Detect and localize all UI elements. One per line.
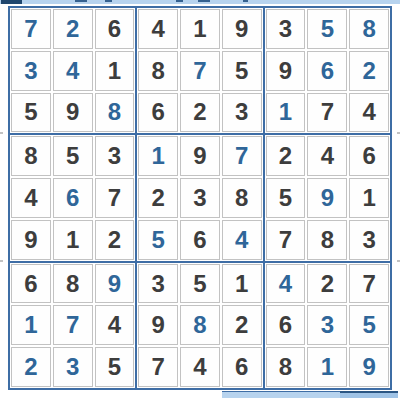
sudoku-cell-r2c6[interactable]: 5	[222, 51, 262, 91]
sudoku-cell-r8c1[interactable]: 1	[11, 305, 51, 345]
sudoku-cell-r5c8[interactable]: 9	[307, 178, 347, 218]
toolbar-fragment	[176, 0, 183, 2]
sudoku-cell-r1c2[interactable]: 2	[53, 9, 93, 49]
sudoku-cell-r1c4[interactable]: 4	[138, 9, 178, 49]
sudoku-cell-r9c2[interactable]: 3	[53, 347, 93, 387]
sudoku-cell-r2c9[interactable]: 2	[349, 51, 389, 91]
sudoku-box: 427635819	[265, 263, 390, 388]
sudoku-cell-r4c6[interactable]: 7	[222, 136, 262, 176]
sudoku-cell-r1c6[interactable]: 9	[222, 9, 262, 49]
sudoku-cell-r5c5[interactable]: 3	[180, 178, 220, 218]
sudoku-cell-r7c3[interactable]: 9	[95, 264, 135, 304]
sudoku-cell-r3c8[interactable]: 7	[307, 93, 347, 133]
sudoku-cell-r6c4[interactable]: 5	[138, 220, 178, 260]
sudoku-cell-r4c3[interactable]: 3	[95, 136, 135, 176]
sudoku-cell-r7c6[interactable]: 1	[222, 264, 262, 304]
sudoku-cell-r6c2[interactable]: 1	[53, 220, 93, 260]
sudoku-cell-r2c4[interactable]: 8	[138, 51, 178, 91]
sudoku-cell-r6c8[interactable]: 8	[307, 220, 347, 260]
sudoku-cell-r8c4[interactable]: 9	[138, 305, 178, 345]
sudoku-cell-r2c7[interactable]: 9	[266, 51, 306, 91]
sudoku-cell-r5c4[interactable]: 2	[138, 178, 178, 218]
sudoku-cell-r1c5[interactable]: 1	[180, 9, 220, 49]
sudoku-cell-r7c5[interactable]: 5	[180, 264, 220, 304]
sudoku-box: 726341598	[10, 8, 135, 133]
sudoku-cell-r9c1[interactable]: 2	[11, 347, 51, 387]
sudoku-cell-r9c7[interactable]: 8	[266, 347, 306, 387]
sudoku-cell-r3c6[interactable]: 3	[222, 93, 262, 133]
sudoku-cell-r9c8[interactable]: 1	[307, 347, 347, 387]
cropped-bottom-strip	[0, 391, 400, 398]
bottom-fragment-light	[222, 391, 340, 398]
sudoku-cell-r1c8[interactable]: 5	[307, 9, 347, 49]
sudoku-cell-r4c1[interactable]: 8	[11, 136, 51, 176]
sudoku-cell-r6c9[interactable]: 3	[349, 220, 389, 260]
sudoku-cell-r2c5[interactable]: 7	[180, 51, 220, 91]
sudoku-box: 246591783	[265, 135, 390, 260]
sudoku-cell-r5c2[interactable]: 6	[53, 178, 93, 218]
sudoku-cell-r7c2[interactable]: 8	[53, 264, 93, 304]
toolbar-fragment	[243, 0, 248, 2]
cropped-toolbar-strip	[0, 0, 400, 4]
sudoku-cell-r3c2[interactable]: 9	[53, 93, 93, 133]
sudoku-cell-r3c5[interactable]: 2	[180, 93, 220, 133]
sudoku-cell-r9c5[interactable]: 4	[180, 347, 220, 387]
sudoku-cell-r1c9[interactable]: 8	[349, 9, 389, 49]
sudoku-cell-r5c3[interactable]: 7	[95, 178, 135, 218]
sudoku-cell-r9c3[interactable]: 5	[95, 347, 135, 387]
sudoku-cell-r3c7[interactable]: 1	[266, 93, 306, 133]
sudoku-cell-r6c6[interactable]: 4	[222, 220, 262, 260]
sudoku-cell-r2c8[interactable]: 6	[307, 51, 347, 91]
sudoku-cell-r7c4[interactable]: 3	[138, 264, 178, 304]
toolbar-fragment	[198, 0, 210, 2]
sudoku-box: 351982746	[137, 263, 262, 388]
sudoku-cell-r9c6[interactable]: 6	[222, 347, 262, 387]
sudoku-cell-r2c3[interactable]: 1	[95, 51, 135, 91]
toolbar-selection-fragment	[1, 0, 22, 4]
sudoku-cell-r2c1[interactable]: 3	[11, 51, 51, 91]
sudoku-cell-r4c9[interactable]: 6	[349, 136, 389, 176]
sudoku-cell-r5c1[interactable]: 4	[11, 178, 51, 218]
sudoku-cell-r5c6[interactable]: 8	[222, 178, 262, 218]
sudoku-box: 419875623	[137, 8, 262, 133]
sudoku-cell-r2c2[interactable]: 4	[53, 51, 93, 91]
sudoku-cell-r3c9[interactable]: 4	[349, 93, 389, 133]
sudoku-cell-r9c4[interactable]: 7	[138, 347, 178, 387]
sudoku-cell-r8c7[interactable]: 6	[266, 305, 306, 345]
toolbar-fragment	[105, 0, 112, 2]
sudoku-board: 7263415984198756233589621748534679121972…	[8, 6, 392, 390]
sudoku-cell-r8c9[interactable]: 5	[349, 305, 389, 345]
sudoku-box: 197238564	[137, 135, 262, 260]
bottom-fragment-dark	[340, 391, 398, 398]
sudoku-cell-r3c3[interactable]: 8	[95, 93, 135, 133]
sudoku-cell-r9c9[interactable]: 9	[349, 347, 389, 387]
sudoku-cell-r8c8[interactable]: 3	[307, 305, 347, 345]
sudoku-cell-r4c7[interactable]: 2	[266, 136, 306, 176]
sudoku-cell-r1c1[interactable]: 7	[11, 9, 51, 49]
sudoku-box: 358962174	[265, 8, 390, 133]
sudoku-cell-r5c7[interactable]: 5	[266, 178, 306, 218]
sudoku-cell-r8c6[interactable]: 2	[222, 305, 262, 345]
sudoku-cell-r6c1[interactable]: 9	[11, 220, 51, 260]
sudoku-cell-r1c7[interactable]: 3	[266, 9, 306, 49]
gridline-tick	[0, 260, 3, 262]
sudoku-cell-r1c3[interactable]: 6	[95, 9, 135, 49]
sudoku-cell-r8c5[interactable]: 8	[180, 305, 220, 345]
sudoku-box: 689174235	[10, 263, 135, 388]
sudoku-cell-r8c3[interactable]: 4	[95, 305, 135, 345]
gridline-tick	[0, 132, 3, 134]
sudoku-cell-r7c9[interactable]: 7	[349, 264, 389, 304]
sudoku-cell-r4c4[interactable]: 1	[138, 136, 178, 176]
sudoku-cell-r6c3[interactable]: 2	[95, 220, 135, 260]
sudoku-cell-r6c5[interactable]: 6	[180, 220, 220, 260]
sudoku-cell-r5c9[interactable]: 1	[349, 178, 389, 218]
sudoku-cell-r7c8[interactable]: 2	[307, 264, 347, 304]
sudoku-cell-r3c4[interactable]: 6	[138, 93, 178, 133]
sudoku-cell-r8c2[interactable]: 7	[53, 305, 93, 345]
toolbar-fragment	[75, 0, 87, 2]
sudoku-cell-r3c1[interactable]: 5	[11, 93, 51, 133]
sudoku-cell-r4c5[interactable]: 9	[180, 136, 220, 176]
sudoku-cell-r6c7[interactable]: 7	[266, 220, 306, 260]
sudoku-cell-r7c7[interactable]: 4	[266, 264, 306, 304]
sudoku-cell-r7c1[interactable]: 6	[11, 264, 51, 304]
sudoku-cell-r4c8[interactable]: 4	[307, 136, 347, 176]
sudoku-box: 853467912	[10, 135, 135, 260]
sudoku-cell-r4c2[interactable]: 5	[53, 136, 93, 176]
